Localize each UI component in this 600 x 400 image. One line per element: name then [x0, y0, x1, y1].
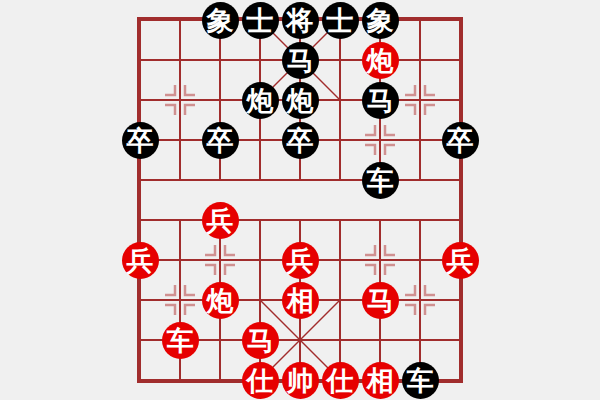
piece-red-horse[interactable]: 马 — [242, 322, 279, 359]
piece-red-advisor[interactable]: 仕 — [242, 362, 279, 399]
piece-black-horse[interactable]: 马 — [362, 82, 399, 119]
piece-red-advisor[interactable]: 仕 — [322, 362, 359, 399]
piece-red-soldier[interactable]: 兵 — [202, 202, 239, 239]
piece-red-chariot[interactable]: 车 — [162, 322, 199, 359]
piece-red-horse[interactable]: 马 — [362, 282, 399, 319]
xiangqi-app: 象士将士象马炮炮炮马卒卒卒卒车兵兵兵兵炮相马车马仕帅仕相车 — [0, 0, 600, 400]
piece-red-general[interactable]: 帅 — [282, 362, 319, 399]
piece-black-cannon[interactable]: 炮 — [282, 82, 319, 119]
pieces-layer: 象士将士象马炮炮炮马卒卒卒卒车兵兵兵兵炮相马车马仕帅仕相车 — [120, 0, 480, 400]
piece-red-elephant[interactable]: 相 — [362, 362, 399, 399]
piece-black-general[interactable]: 将 — [282, 2, 319, 39]
piece-black-soldier[interactable]: 卒 — [282, 122, 319, 159]
piece-red-cannon[interactable]: 炮 — [202, 282, 239, 319]
piece-black-soldier[interactable]: 卒 — [202, 122, 239, 159]
piece-red-elephant[interactable]: 相 — [282, 282, 319, 319]
piece-black-elephant[interactable]: 象 — [362, 2, 399, 39]
piece-black-advisor[interactable]: 士 — [322, 2, 359, 39]
piece-black-cannon[interactable]: 炮 — [242, 82, 279, 119]
piece-black-soldier[interactable]: 卒 — [442, 122, 479, 159]
piece-black-chariot[interactable]: 车 — [362, 162, 399, 199]
piece-red-soldier[interactable]: 兵 — [282, 242, 319, 279]
piece-black-chariot[interactable]: 车 — [402, 362, 439, 399]
piece-black-horse[interactable]: 马 — [282, 42, 319, 79]
piece-red-soldier[interactable]: 兵 — [442, 242, 479, 279]
piece-red-soldier[interactable]: 兵 — [122, 242, 159, 279]
piece-black-elephant[interactable]: 象 — [202, 2, 239, 39]
piece-black-advisor[interactable]: 士 — [242, 2, 279, 39]
piece-black-soldier[interactable]: 卒 — [122, 122, 159, 159]
piece-red-cannon[interactable]: 炮 — [362, 42, 399, 79]
